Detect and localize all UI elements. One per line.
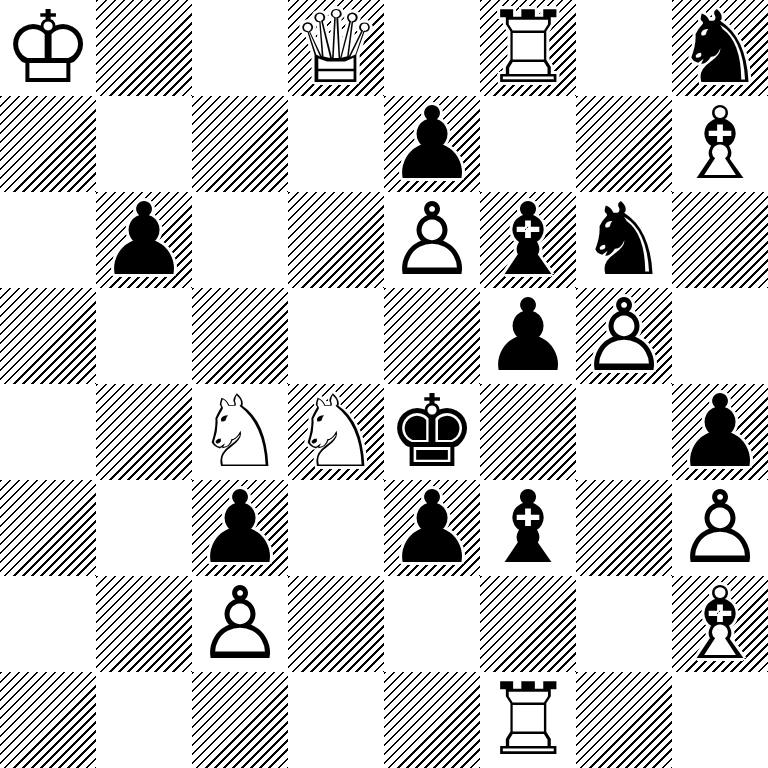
white-queen-glyph: ♕ [291,0,381,96]
black-pawn-glyph: ♟ [195,480,285,576]
square-e7[interactable]: ♟♟ [384,96,480,192]
square-d3[interactable] [288,480,384,576]
square-e2[interactable] [384,576,480,672]
piece-white-pawn: ♟♙ [672,480,768,576]
square-d2[interactable] [288,576,384,672]
square-d1[interactable] [288,672,384,768]
square-a3[interactable] [0,480,96,576]
square-c6[interactable] [192,192,288,288]
square-a2[interactable] [0,576,96,672]
square-f3[interactable]: ♝♝ [480,480,576,576]
square-a5[interactable] [0,288,96,384]
piece-black-king: ♚♚ [384,384,480,480]
square-f5[interactable]: ♟♟ [480,288,576,384]
black-bishop-glyph: ♝ [483,480,573,576]
piece-white-bishop: ♝♗ [672,576,768,672]
white-bishop-glyph: ♗ [675,576,765,672]
white-bishop-glyph: ♗ [675,96,765,192]
square-g5[interactable]: ♟♙ [576,288,672,384]
square-e4[interactable]: ♚♚ [384,384,480,480]
square-g6[interactable]: ♞♞ [576,192,672,288]
square-a7[interactable] [0,96,96,192]
piece-white-pawn: ♟♙ [576,288,672,384]
piece-white-knight: ♞♘ [288,384,384,480]
piece-white-pawn: ♟♙ [192,576,288,672]
square-b7[interactable] [96,96,192,192]
square-a8[interactable]: ♚♔ [0,0,96,96]
square-h3[interactable]: ♟♙ [672,480,768,576]
square-d6[interactable] [288,192,384,288]
square-c8[interactable] [192,0,288,96]
square-g1[interactable] [576,672,672,768]
square-c3[interactable]: ♟♟ [192,480,288,576]
square-c7[interactable] [192,96,288,192]
square-g7[interactable] [576,96,672,192]
square-c4[interactable]: ♞♘ [192,384,288,480]
square-b3[interactable] [96,480,192,576]
square-f1[interactable]: ♜♖ [480,672,576,768]
black-pawn-glyph: ♟ [483,288,573,384]
square-f6[interactable]: ♝♝ [480,192,576,288]
square-e1[interactable] [384,672,480,768]
piece-white-knight: ♞♘ [192,384,288,480]
square-e8[interactable] [384,0,480,96]
piece-black-pawn: ♟♟ [384,480,480,576]
square-b2[interactable] [96,576,192,672]
piece-white-queen: ♛♕ [288,0,384,96]
square-b1[interactable] [96,672,192,768]
square-d7[interactable] [288,96,384,192]
piece-black-bishop: ♝♝ [480,480,576,576]
square-h2[interactable]: ♝♗ [672,576,768,672]
black-pawn-glyph: ♟ [99,192,189,288]
white-pawn-glyph: ♙ [195,576,285,672]
piece-black-knight: ♞♞ [576,192,672,288]
square-h7[interactable]: ♝♗ [672,96,768,192]
square-h6[interactable] [672,192,768,288]
square-f7[interactable] [480,96,576,192]
square-f8[interactable]: ♜♖ [480,0,576,96]
square-h1[interactable] [672,672,768,768]
square-a6[interactable] [0,192,96,288]
white-knight-glyph: ♘ [195,384,285,480]
square-b4[interactable] [96,384,192,480]
square-a4[interactable] [0,384,96,480]
square-f2[interactable] [480,576,576,672]
piece-white-pawn: ♟♙ [384,192,480,288]
piece-white-rook: ♜♖ [480,672,576,768]
black-pawn-glyph: ♟ [675,384,765,480]
square-c1[interactable] [192,672,288,768]
white-rook-glyph: ♖ [483,672,573,768]
square-c2[interactable]: ♟♙ [192,576,288,672]
white-pawn-glyph: ♙ [579,288,669,384]
square-g4[interactable] [576,384,672,480]
piece-black-pawn: ♟♟ [96,192,192,288]
square-e3[interactable]: ♟♟ [384,480,480,576]
white-pawn-glyph: ♙ [675,480,765,576]
square-d5[interactable] [288,288,384,384]
square-g8[interactable] [576,0,672,96]
square-d8[interactable]: ♛♕ [288,0,384,96]
piece-white-king: ♚♔ [0,0,96,96]
white-knight-glyph: ♘ [291,384,381,480]
white-king-glyph: ♔ [3,0,93,96]
square-h4[interactable]: ♟♟ [672,384,768,480]
square-d4[interactable]: ♞♘ [288,384,384,480]
square-g3[interactable] [576,480,672,576]
black-pawn-glyph: ♟ [387,96,477,192]
square-h8[interactable]: ♞♞ [672,0,768,96]
black-pawn-glyph: ♟ [387,480,477,576]
piece-black-pawn: ♟♟ [192,480,288,576]
square-e5[interactable] [384,288,480,384]
square-b5[interactable] [96,288,192,384]
piece-black-pawn: ♟♟ [480,288,576,384]
piece-black-pawn: ♟♟ [672,384,768,480]
chess-board: ♚♔♛♕♜♖♞♞♟♟♝♗♟♟♟♙♝♝♞♞♟♟♟♙♞♘♞♘♚♚♟♟♟♟♟♟♝♝♟♙… [0,0,768,768]
piece-black-knight: ♞♞ [672,0,768,96]
white-pawn-glyph: ♙ [387,192,477,288]
black-king-glyph: ♚ [387,384,477,480]
square-a1[interactable] [0,672,96,768]
black-bishop-glyph: ♝ [483,192,573,288]
piece-black-bishop: ♝♝ [480,192,576,288]
white-rook-glyph: ♖ [483,0,573,96]
piece-white-bishop: ♝♗ [672,96,768,192]
square-b6[interactable]: ♟♟ [96,192,192,288]
black-knight-glyph: ♞ [675,0,765,96]
square-f4[interactable] [480,384,576,480]
square-h5[interactable] [672,288,768,384]
black-knight-glyph: ♞ [579,192,669,288]
square-b8[interactable] [96,0,192,96]
square-c5[interactable] [192,288,288,384]
square-g2[interactable] [576,576,672,672]
piece-black-pawn: ♟♟ [384,96,480,192]
piece-white-rook: ♜♖ [480,0,576,96]
square-e6[interactable]: ♟♙ [384,192,480,288]
